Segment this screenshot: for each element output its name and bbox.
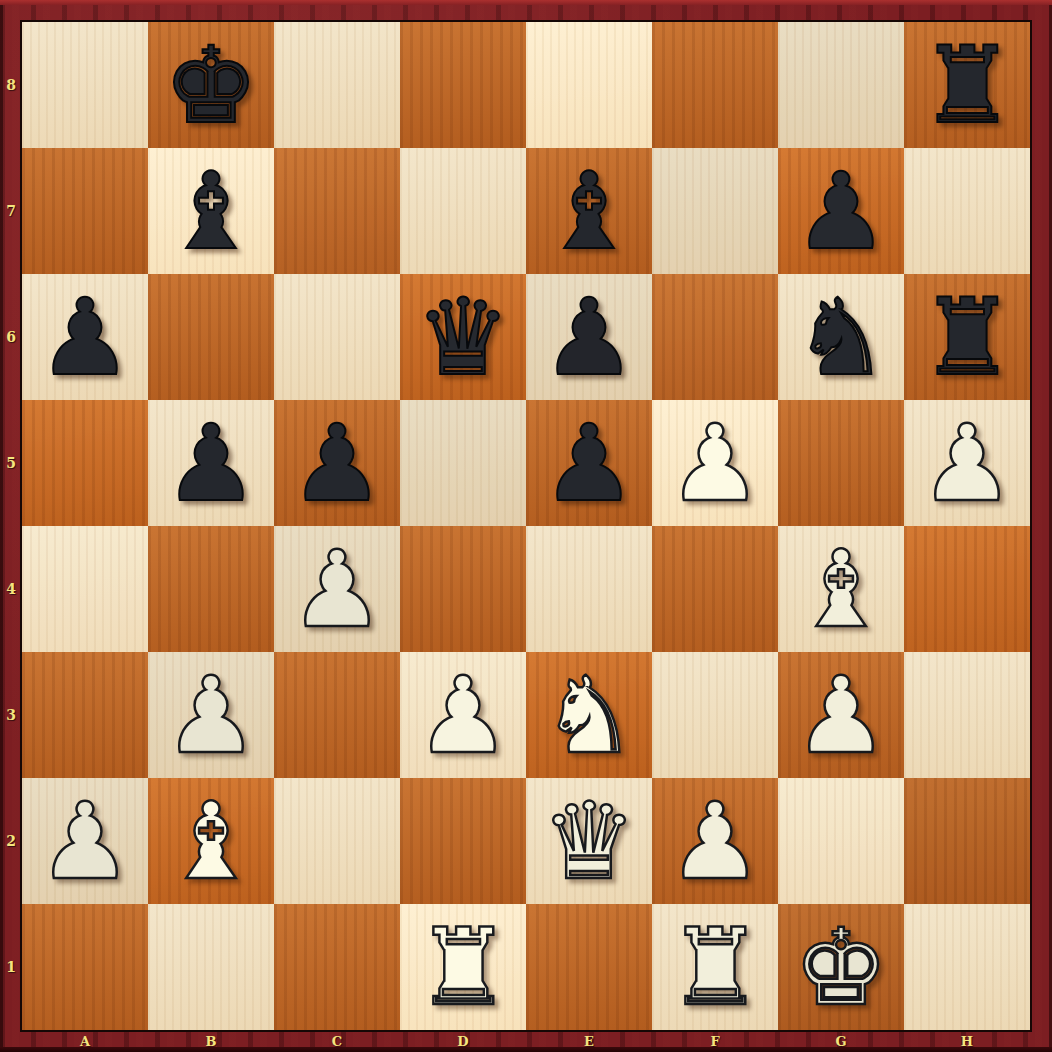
square-d8[interactable] — [400, 22, 526, 148]
piece-black-pawn[interactable]: ♟ — [541, 285, 636, 391]
piece-white-bishop[interactable]: ♝ — [163, 789, 258, 895]
square-d6[interactable]: ♛ — [400, 274, 526, 400]
square-a8[interactable] — [22, 22, 148, 148]
square-a1[interactable] — [22, 904, 148, 1030]
square-d7[interactable] — [400, 148, 526, 274]
square-c4[interactable]: ♟ — [274, 526, 400, 652]
square-e1[interactable] — [526, 904, 652, 1030]
piece-black-pawn[interactable]: ♟ — [289, 411, 384, 517]
file-label-d: D — [400, 1030, 526, 1052]
square-g4[interactable]: ♝ — [778, 526, 904, 652]
square-c1[interactable] — [274, 904, 400, 1030]
chess-board: ♚♜♝♝♟♟♛♟♞♜♟♟♟♟♟♟♝♟♟♞♟♟♝♛♟♜♜♚ — [22, 22, 1030, 1030]
square-h7[interactable] — [904, 148, 1030, 274]
piece-black-queen[interactable]: ♛ — [415, 285, 510, 391]
piece-white-pawn[interactable]: ♟ — [289, 537, 384, 643]
square-h6[interactable]: ♜ — [904, 274, 1030, 400]
square-b7[interactable]: ♝ — [148, 148, 274, 274]
square-g5[interactable] — [778, 400, 904, 526]
file-label-a: A — [22, 1030, 148, 1052]
square-f4[interactable] — [652, 526, 778, 652]
square-e8[interactable] — [526, 22, 652, 148]
piece-black-pawn[interactable]: ♟ — [37, 285, 132, 391]
file-label-e: E — [526, 1030, 652, 1052]
rank-label-2: 2 — [0, 778, 22, 904]
square-c6[interactable] — [274, 274, 400, 400]
square-e6[interactable]: ♟ — [526, 274, 652, 400]
piece-white-pawn[interactable]: ♟ — [667, 789, 762, 895]
square-c5[interactable]: ♟ — [274, 400, 400, 526]
piece-white-pawn[interactable]: ♟ — [919, 411, 1014, 517]
square-b5[interactable]: ♟ — [148, 400, 274, 526]
file-labels: ABCDEFGH — [22, 1030, 1030, 1052]
square-g3[interactable]: ♟ — [778, 652, 904, 778]
rank-label-7: 7 — [0, 148, 22, 274]
piece-white-pawn[interactable]: ♟ — [163, 663, 258, 769]
piece-black-bishop[interactable]: ♝ — [541, 159, 636, 265]
square-d1[interactable]: ♜ — [400, 904, 526, 1030]
rank-label-5: 5 — [0, 400, 22, 526]
square-h8[interactable]: ♜ — [904, 22, 1030, 148]
square-c3[interactable] — [274, 652, 400, 778]
square-b3[interactable]: ♟ — [148, 652, 274, 778]
rank-label-8: 8 — [0, 22, 22, 148]
square-d5[interactable] — [400, 400, 526, 526]
square-f8[interactable] — [652, 22, 778, 148]
piece-black-rook[interactable]: ♜ — [919, 285, 1014, 391]
square-a5[interactable] — [22, 400, 148, 526]
square-f1[interactable]: ♜ — [652, 904, 778, 1030]
rank-label-1: 1 — [0, 904, 22, 1030]
file-label-b: B — [148, 1030, 274, 1052]
square-e3[interactable]: ♞ — [526, 652, 652, 778]
piece-white-pawn[interactable]: ♟ — [415, 663, 510, 769]
square-h2[interactable] — [904, 778, 1030, 904]
piece-white-pawn[interactable]: ♟ — [793, 663, 888, 769]
rank-label-4: 4 — [0, 526, 22, 652]
piece-white-knight[interactable]: ♞ — [541, 663, 636, 769]
square-h3[interactable] — [904, 652, 1030, 778]
piece-black-rook[interactable]: ♜ — [919, 33, 1014, 139]
square-a3[interactable] — [22, 652, 148, 778]
file-label-c: C — [274, 1030, 400, 1052]
square-a7[interactable] — [22, 148, 148, 274]
square-g2[interactable] — [778, 778, 904, 904]
piece-white-queen[interactable]: ♛ — [541, 789, 636, 895]
square-h4[interactable] — [904, 526, 1030, 652]
square-f3[interactable] — [652, 652, 778, 778]
piece-black-pawn[interactable]: ♟ — [793, 159, 888, 265]
square-b6[interactable] — [148, 274, 274, 400]
square-c7[interactable] — [274, 148, 400, 274]
piece-black-king[interactable]: ♚ — [163, 33, 258, 139]
square-f2[interactable]: ♟ — [652, 778, 778, 904]
piece-white-pawn[interactable]: ♟ — [37, 789, 132, 895]
square-a4[interactable] — [22, 526, 148, 652]
square-f5[interactable]: ♟ — [652, 400, 778, 526]
rank-label-6: 6 — [0, 274, 22, 400]
rank-labels: 87654321 — [0, 22, 22, 1030]
square-a2[interactable]: ♟ — [22, 778, 148, 904]
square-d4[interactable] — [400, 526, 526, 652]
piece-white-king[interactable]: ♚ — [793, 915, 888, 1021]
square-a6[interactable]: ♟ — [22, 274, 148, 400]
square-g7[interactable]: ♟ — [778, 148, 904, 274]
square-d3[interactable]: ♟ — [400, 652, 526, 778]
piece-white-bishop[interactable]: ♝ — [793, 537, 888, 643]
square-c2[interactable] — [274, 778, 400, 904]
file-label-f: F — [652, 1030, 778, 1052]
square-b1[interactable] — [148, 904, 274, 1030]
square-g6[interactable]: ♞ — [778, 274, 904, 400]
square-e5[interactable]: ♟ — [526, 400, 652, 526]
square-b8[interactable]: ♚ — [148, 22, 274, 148]
square-d2[interactable] — [400, 778, 526, 904]
square-f6[interactable] — [652, 274, 778, 400]
square-h5[interactable]: ♟ — [904, 400, 1030, 526]
piece-black-pawn[interactable]: ♟ — [541, 411, 636, 517]
square-g1[interactable]: ♚ — [778, 904, 904, 1030]
square-e7[interactable]: ♝ — [526, 148, 652, 274]
square-b2[interactable]: ♝ — [148, 778, 274, 904]
square-e4[interactable] — [526, 526, 652, 652]
rank-label-3: 3 — [0, 652, 22, 778]
piece-black-bishop[interactable]: ♝ — [163, 159, 258, 265]
square-g8[interactable] — [778, 22, 904, 148]
file-label-h: H — [904, 1030, 1030, 1052]
piece-black-pawn[interactable]: ♟ — [163, 411, 258, 517]
square-b4[interactable] — [148, 526, 274, 652]
square-e2[interactable]: ♛ — [526, 778, 652, 904]
square-c8[interactable] — [274, 22, 400, 148]
square-f7[interactable] — [652, 148, 778, 274]
square-h1[interactable] — [904, 904, 1030, 1030]
piece-white-pawn[interactable]: ♟ — [667, 411, 762, 517]
board-frame: ♚♜♝♝♟♟♛♟♞♜♟♟♟♟♟♟♝♟♟♞♟♟♝♛♟♜♜♚ 87654321 AB… — [0, 0, 1052, 1052]
piece-white-rook[interactable]: ♜ — [667, 915, 762, 1021]
file-label-g: G — [778, 1030, 904, 1052]
piece-white-rook[interactable]: ♜ — [415, 915, 510, 1021]
piece-black-knight[interactable]: ♞ — [793, 285, 888, 391]
